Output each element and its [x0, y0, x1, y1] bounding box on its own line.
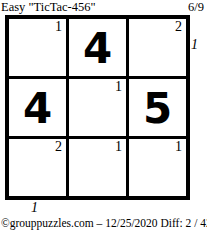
cell-r3c1[interactable]: 2: [9, 139, 66, 196]
cell-r1c1[interactable]: 1: [9, 19, 66, 76]
puzzle-page: Easy "TicTac-456" 6/9 1 4 2 4 1 5 2: [0, 0, 207, 233]
tictac-board: 1 4 2 4 1 5 2 1: [5, 15, 190, 200]
cell-value: 5: [143, 86, 172, 130]
corner-clue: 2: [175, 19, 182, 35]
footer-credit: ©grouppuzzles.com – 12/25/2020 Diff: 2 /…: [1, 217, 207, 230]
cell-r2c2[interactable]: 1: [69, 79, 126, 136]
puzzle-counter: 6/9: [188, 0, 204, 14]
col1-outside-label: 1: [31, 201, 38, 215]
cell-value: 4: [23, 86, 52, 130]
cell-r3c3[interactable]: 1: [129, 139, 186, 196]
corner-clue: 1: [55, 19, 62, 35]
corner-clue: 2: [55, 139, 62, 155]
cell-r2c3[interactable]: 5: [129, 79, 186, 136]
page-title: Easy "TicTac-456": [1, 0, 96, 14]
cell-r1c2[interactable]: 4: [69, 19, 126, 76]
corner-clue: 1: [115, 79, 122, 95]
corner-clue: 1: [175, 139, 182, 155]
cell-r3c2[interactable]: 1: [69, 139, 126, 196]
cell-value: 4: [83, 26, 112, 70]
corner-clue: 1: [115, 139, 122, 155]
cell-r2c1[interactable]: 4: [9, 79, 66, 136]
cell-r1c3[interactable]: 2: [129, 19, 186, 76]
row1-outside-label: 1: [191, 38, 198, 52]
